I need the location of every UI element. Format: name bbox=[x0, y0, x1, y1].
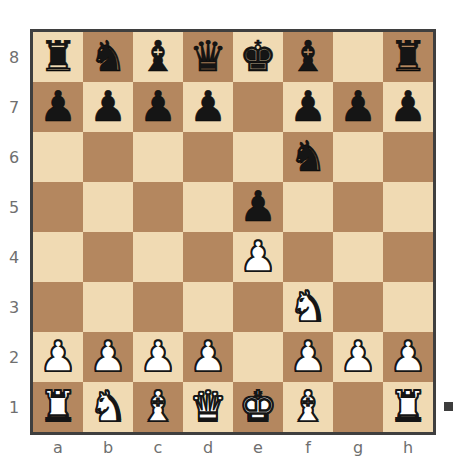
square-e4[interactable]: ♟ bbox=[233, 232, 283, 282]
piece-white-bishop[interactable]: ♝ bbox=[283, 382, 333, 432]
piece-black-pawn[interactable]: ♟ bbox=[333, 82, 383, 132]
piece-black-pawn[interactable]: ♟ bbox=[133, 82, 183, 132]
piece-white-pawn[interactable]: ♟ bbox=[283, 332, 333, 382]
square-g8[interactable] bbox=[333, 32, 383, 82]
square-d7[interactable]: ♟ bbox=[183, 82, 233, 132]
square-a2[interactable]: ♟ bbox=[33, 332, 83, 382]
piece-black-pawn[interactable]: ♟ bbox=[183, 82, 233, 132]
square-d4[interactable] bbox=[183, 232, 233, 282]
piece-white-pawn[interactable]: ♟ bbox=[183, 332, 233, 382]
square-g5[interactable] bbox=[333, 182, 383, 232]
square-e6[interactable] bbox=[233, 132, 283, 182]
square-c1[interactable]: ♝ bbox=[133, 382, 183, 432]
square-e1[interactable]: ♚ bbox=[233, 382, 283, 432]
square-a7[interactable]: ♟ bbox=[33, 82, 83, 132]
piece-black-pawn[interactable]: ♟ bbox=[383, 82, 433, 132]
piece-white-queen[interactable]: ♛ bbox=[183, 382, 233, 432]
file-label-b: b bbox=[83, 437, 133, 459]
piece-white-rook[interactable]: ♜ bbox=[33, 382, 83, 432]
file-label-e: e bbox=[233, 437, 283, 459]
square-c5[interactable] bbox=[133, 182, 183, 232]
rank-label-4: 4 bbox=[0, 232, 28, 282]
square-b7[interactable]: ♟ bbox=[83, 82, 133, 132]
square-f7[interactable]: ♟ bbox=[283, 82, 333, 132]
square-h3[interactable] bbox=[383, 282, 433, 332]
square-g7[interactable]: ♟ bbox=[333, 82, 383, 132]
piece-black-rook[interactable]: ♜ bbox=[383, 32, 433, 82]
piece-white-pawn[interactable]: ♟ bbox=[133, 332, 183, 382]
piece-black-knight[interactable]: ♞ bbox=[83, 32, 133, 82]
square-a8[interactable]: ♜ bbox=[33, 32, 83, 82]
piece-black-bishop[interactable]: ♝ bbox=[283, 32, 333, 82]
square-c7[interactable]: ♟ bbox=[133, 82, 183, 132]
piece-white-knight[interactable]: ♞ bbox=[283, 282, 333, 332]
piece-white-bishop[interactable]: ♝ bbox=[133, 382, 183, 432]
square-f1[interactable]: ♝ bbox=[283, 382, 333, 432]
square-b1[interactable]: ♞ bbox=[83, 382, 133, 432]
piece-black-pawn[interactable]: ♟ bbox=[233, 182, 283, 232]
piece-black-queen[interactable]: ♛ bbox=[183, 32, 233, 82]
piece-white-rook[interactable]: ♜ bbox=[383, 382, 433, 432]
square-b5[interactable] bbox=[83, 182, 133, 232]
square-a3[interactable] bbox=[33, 282, 83, 332]
piece-white-king[interactable]: ♚ bbox=[233, 382, 283, 432]
square-b8[interactable]: ♞ bbox=[83, 32, 133, 82]
square-e7[interactable] bbox=[233, 82, 283, 132]
rank-label-6: 6 bbox=[0, 132, 28, 182]
square-d6[interactable] bbox=[183, 132, 233, 182]
square-g1[interactable] bbox=[333, 382, 383, 432]
square-g6[interactable] bbox=[333, 132, 383, 182]
piece-white-pawn[interactable]: ♟ bbox=[383, 332, 433, 382]
piece-white-pawn[interactable]: ♟ bbox=[33, 332, 83, 382]
square-h8[interactable]: ♜ bbox=[383, 32, 433, 82]
piece-black-rook[interactable]: ♜ bbox=[33, 32, 83, 82]
file-label-d: d bbox=[183, 437, 233, 459]
square-b3[interactable] bbox=[83, 282, 133, 332]
file-label-h: h bbox=[383, 437, 433, 459]
square-b2[interactable]: ♟ bbox=[83, 332, 133, 382]
square-c8[interactable]: ♝ bbox=[133, 32, 183, 82]
square-a6[interactable] bbox=[33, 132, 83, 182]
square-h4[interactable] bbox=[383, 232, 433, 282]
square-d5[interactable] bbox=[183, 182, 233, 232]
piece-black-king[interactable]: ♚ bbox=[233, 32, 283, 82]
square-f6[interactable]: ♞ bbox=[283, 132, 333, 182]
square-h1[interactable]: ♜ bbox=[383, 382, 433, 432]
square-e2[interactable] bbox=[233, 332, 283, 382]
square-f4[interactable] bbox=[283, 232, 333, 282]
file-label-c: c bbox=[133, 437, 183, 459]
piece-black-pawn[interactable]: ♟ bbox=[83, 82, 133, 132]
piece-black-bishop[interactable]: ♝ bbox=[133, 32, 183, 82]
square-e5[interactable]: ♟ bbox=[233, 182, 283, 232]
rank-label-2: 2 bbox=[0, 332, 28, 382]
rank-label-3: 3 bbox=[0, 282, 28, 332]
square-f3[interactable]: ♞ bbox=[283, 282, 333, 332]
square-a4[interactable] bbox=[33, 232, 83, 282]
piece-black-knight[interactable]: ♞ bbox=[283, 132, 333, 182]
rank-label-5: 5 bbox=[0, 182, 28, 232]
square-f5[interactable] bbox=[283, 182, 333, 232]
square-d1[interactable]: ♛ bbox=[183, 382, 233, 432]
file-label-a: a bbox=[33, 437, 83, 459]
square-h5[interactable] bbox=[383, 182, 433, 232]
square-e8[interactable]: ♚ bbox=[233, 32, 283, 82]
piece-white-pawn[interactable]: ♟ bbox=[333, 332, 383, 382]
square-f8[interactable]: ♝ bbox=[283, 32, 333, 82]
square-c4[interactable] bbox=[133, 232, 183, 282]
square-g2[interactable]: ♟ bbox=[333, 332, 383, 382]
piece-black-pawn[interactable]: ♟ bbox=[283, 82, 333, 132]
square-b6[interactable] bbox=[83, 132, 133, 182]
turn-indicator bbox=[444, 402, 453, 411]
file-label-f: f bbox=[283, 437, 333, 459]
square-d3[interactable] bbox=[183, 282, 233, 332]
piece-black-pawn[interactable]: ♟ bbox=[33, 82, 83, 132]
square-d2[interactable]: ♟ bbox=[183, 332, 233, 382]
piece-white-knight[interactable]: ♞ bbox=[83, 382, 133, 432]
square-d8[interactable]: ♛ bbox=[183, 32, 233, 82]
square-a1[interactable]: ♜ bbox=[33, 382, 83, 432]
square-g3[interactable] bbox=[333, 282, 383, 332]
square-f2[interactable]: ♟ bbox=[283, 332, 333, 382]
square-c2[interactable]: ♟ bbox=[133, 332, 183, 382]
chess-app: 87654321 ♜♞♝♛♚♝♜♟♟♟♟♟♟♟♞♟♟♞♟♟♟♟♟♟♟♜♞♝♛♚♝… bbox=[0, 0, 464, 464]
rank-label-7: 7 bbox=[0, 82, 28, 132]
piece-white-pawn[interactable]: ♟ bbox=[83, 332, 133, 382]
square-g4[interactable] bbox=[333, 232, 383, 282]
square-c6[interactable] bbox=[133, 132, 183, 182]
rank-labels: 87654321 bbox=[0, 32, 28, 432]
rank-label-8: 8 bbox=[0, 32, 28, 82]
file-label-g: g bbox=[333, 437, 383, 459]
chess-board: ♜♞♝♛♚♝♜♟♟♟♟♟♟♟♞♟♟♞♟♟♟♟♟♟♟♜♞♝♛♚♝♜ bbox=[30, 29, 436, 435]
rank-label-1: 1 bbox=[0, 382, 28, 432]
square-a5[interactable] bbox=[33, 182, 83, 232]
square-c3[interactable] bbox=[133, 282, 183, 332]
square-h7[interactable]: ♟ bbox=[383, 82, 433, 132]
piece-white-pawn[interactable]: ♟ bbox=[233, 232, 283, 282]
square-b4[interactable] bbox=[83, 232, 133, 282]
square-h6[interactable] bbox=[383, 132, 433, 182]
square-e3[interactable] bbox=[233, 282, 283, 332]
file-labels: abcdefgh bbox=[33, 437, 433, 459]
square-h2[interactable]: ♟ bbox=[383, 332, 433, 382]
